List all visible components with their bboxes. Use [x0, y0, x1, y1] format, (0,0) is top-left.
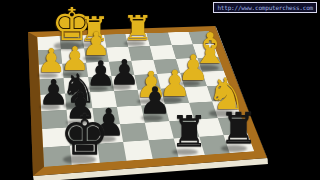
square-e8[interactable] [123, 140, 153, 161]
watermark-banner: http://www.computerchess.com [213, 2, 317, 13]
chess-app-frame: http://www.computerchess.com ♚♜♜♟♟♟♝♟♟♟♟… [0, 0, 320, 180]
piece-black-P-d6[interactable]: ♟ [139, 83, 172, 120]
watermark-url: http://www.computerchess.com [217, 5, 313, 11]
piece-black-R-a8[interactable]: ♜ [219, 107, 258, 150]
piece-black-R-c8[interactable]: ♜ [170, 112, 208, 155]
piece-black-K-g8[interactable]: ♚ [60, 107, 110, 162]
piece-white-R-d1[interactable]: ♜ [122, 11, 153, 45]
